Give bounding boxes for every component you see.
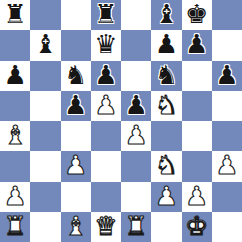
square-d5[interactable]: ♟: [91, 91, 121, 121]
square-f6[interactable]: ♞: [151, 61, 181, 91]
square-f5[interactable]: ♞: [151, 91, 181, 121]
black-pawn-icon[interactable]: ♟: [64, 92, 87, 118]
square-a6[interactable]: ♟: [0, 61, 30, 91]
square-a2[interactable]: ♟: [0, 182, 30, 212]
white-queen-icon[interactable]: ♛: [94, 213, 117, 239]
square-e2[interactable]: [121, 182, 151, 212]
black-pawn-icon[interactable]: ♟: [3, 62, 26, 88]
black-pawn-icon[interactable]: ♟: [215, 62, 238, 88]
square-c2[interactable]: [61, 182, 91, 212]
square-d6[interactable]: ♟: [91, 61, 121, 91]
square-f8[interactable]: ♝: [151, 0, 181, 30]
square-h7[interactable]: [212, 30, 242, 60]
black-pawn-icon[interactable]: ♟: [155, 31, 178, 57]
black-pawn-icon[interactable]: ♟: [124, 92, 147, 118]
white-pawn-icon[interactable]: ♟: [155, 183, 178, 209]
white-bishop-icon[interactable]: ♝: [64, 213, 87, 239]
square-d3[interactable]: [91, 151, 121, 181]
white-bishop-icon[interactable]: ♝: [3, 122, 26, 148]
square-h1[interactable]: [212, 212, 242, 242]
square-e3[interactable]: [121, 151, 151, 181]
square-c4[interactable]: [61, 121, 91, 151]
white-rook-icon[interactable]: ♜: [124, 213, 147, 239]
square-h2[interactable]: [212, 182, 242, 212]
chess-board: ♜♜♝♚♝♛♟♟♟♞♟♞♟♟♟♟♞♝♟♟♞♟♟♟♟♜♝♛♜♚: [0, 0, 242, 242]
square-b6[interactable]: [30, 61, 60, 91]
square-c7[interactable]: [61, 30, 91, 60]
black-queen-icon[interactable]: ♛: [94, 31, 117, 57]
black-bishop-icon[interactable]: ♝: [155, 1, 178, 27]
square-e8[interactable]: [121, 0, 151, 30]
white-pawn-icon[interactable]: ♟: [94, 92, 117, 118]
square-e5[interactable]: ♟: [121, 91, 151, 121]
black-pawn-icon[interactable]: ♟: [185, 31, 208, 57]
square-b4[interactable]: [30, 121, 60, 151]
square-c5[interactable]: ♟: [61, 91, 91, 121]
square-f3[interactable]: ♞: [151, 151, 181, 181]
square-d8[interactable]: ♜: [91, 0, 121, 30]
square-h8[interactable]: [212, 0, 242, 30]
square-g6[interactable]: [182, 61, 212, 91]
square-c8[interactable]: [61, 0, 91, 30]
square-e6[interactable]: [121, 61, 151, 91]
black-bishop-icon[interactable]: ♝: [34, 31, 57, 57]
white-knight-icon[interactable]: ♞: [155, 152, 178, 178]
square-d2[interactable]: [91, 182, 121, 212]
square-e1[interactable]: ♜: [121, 212, 151, 242]
square-b8[interactable]: [30, 0, 60, 30]
square-c3[interactable]: ♟: [61, 151, 91, 181]
square-a4[interactable]: ♝: [0, 121, 30, 151]
square-b2[interactable]: [30, 182, 60, 212]
square-a5[interactable]: [0, 91, 30, 121]
square-d4[interactable]: [91, 121, 121, 151]
white-pawn-icon[interactable]: ♟: [215, 152, 238, 178]
black-knight-icon[interactable]: ♞: [64, 62, 87, 88]
square-b1[interactable]: [30, 212, 60, 242]
square-d1[interactable]: ♛: [91, 212, 121, 242]
square-c1[interactable]: ♝: [61, 212, 91, 242]
square-f1[interactable]: [151, 212, 181, 242]
square-b7[interactable]: ♝: [30, 30, 60, 60]
square-a8[interactable]: ♜: [0, 0, 30, 30]
square-b5[interactable]: [30, 91, 60, 121]
white-pawn-icon[interactable]: ♟: [64, 152, 87, 178]
square-g4[interactable]: [182, 121, 212, 151]
square-a1[interactable]: ♜: [0, 212, 30, 242]
square-b3[interactable]: [30, 151, 60, 181]
square-a7[interactable]: [0, 30, 30, 60]
square-e4[interactable]: ♟: [121, 121, 151, 151]
white-knight-icon[interactable]: ♞: [155, 92, 178, 118]
square-g2[interactable]: ♟: [182, 182, 212, 212]
square-h3[interactable]: ♟: [212, 151, 242, 181]
black-king-icon[interactable]: ♚: [185, 1, 208, 27]
white-king-icon[interactable]: ♚: [185, 213, 208, 239]
black-knight-icon[interactable]: ♞: [155, 62, 178, 88]
white-pawn-icon[interactable]: ♟: [185, 183, 208, 209]
black-rook-icon[interactable]: ♜: [3, 1, 26, 27]
square-f7[interactable]: ♟: [151, 30, 181, 60]
square-h6[interactable]: ♟: [212, 61, 242, 91]
square-d7[interactable]: ♛: [91, 30, 121, 60]
square-g1[interactable]: ♚: [182, 212, 212, 242]
white-pawn-icon[interactable]: ♟: [3, 183, 26, 209]
square-g3[interactable]: [182, 151, 212, 181]
square-c6[interactable]: ♞: [61, 61, 91, 91]
white-rook-icon[interactable]: ♜: [3, 213, 26, 239]
square-g5[interactable]: [182, 91, 212, 121]
square-f4[interactable]: [151, 121, 181, 151]
black-pawn-icon[interactable]: ♟: [94, 62, 117, 88]
square-h4[interactable]: [212, 121, 242, 151]
square-g7[interactable]: ♟: [182, 30, 212, 60]
square-h5[interactable]: [212, 91, 242, 121]
square-g8[interactable]: ♚: [182, 0, 212, 30]
white-pawn-icon[interactable]: ♟: [124, 122, 147, 148]
square-e7[interactable]: [121, 30, 151, 60]
square-a3[interactable]: [0, 151, 30, 181]
square-f2[interactable]: ♟: [151, 182, 181, 212]
black-rook-icon[interactable]: ♜: [94, 1, 117, 27]
